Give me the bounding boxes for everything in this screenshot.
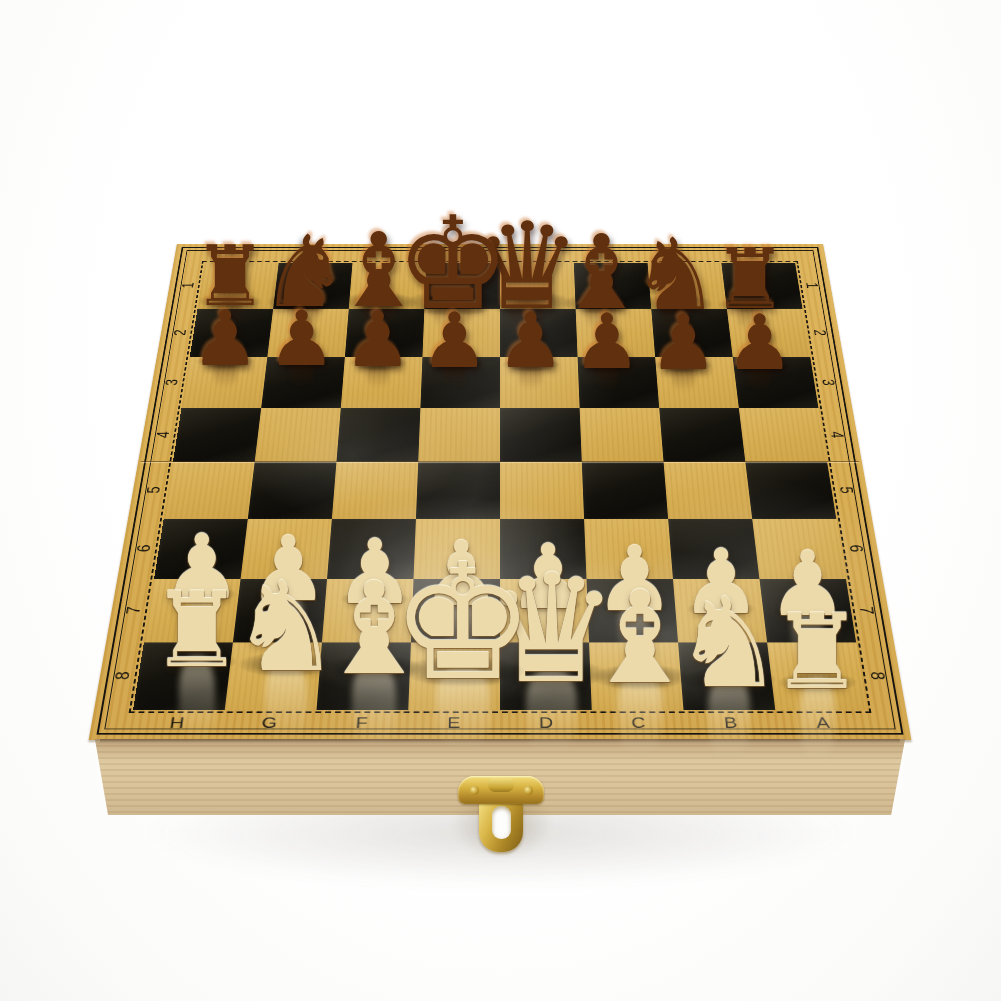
piece-dark-pawn-b2: ♟ bbox=[645, 305, 721, 381]
piece-dark-pawn-d2: ♟ bbox=[493, 303, 569, 379]
latch-screw-right bbox=[524, 786, 533, 795]
piece-light-rook-h8: ♜ bbox=[145, 578, 249, 682]
piece-dark-pawn-e2: ♟ bbox=[416, 303, 492, 379]
piece-dark-pawn-f2: ♟ bbox=[340, 302, 416, 378]
piece-dark-pawn-c2: ♟ bbox=[569, 304, 645, 380]
latch-loop-hole bbox=[492, 806, 511, 839]
photo-background: 12345678 12345678 HGFEDCBA ♜♞♝♛♚♝♞♜♟♟♟♟♟… bbox=[0, 0, 1001, 1001]
piece-dark-pawn-h2: ♟ bbox=[187, 301, 263, 377]
piece-dark-pawn-a2: ♟ bbox=[722, 305, 798, 381]
latch-pivot bbox=[488, 777, 514, 792]
latch-screw-left bbox=[470, 786, 479, 795]
piece-dark-pawn-g2: ♟ bbox=[264, 301, 340, 377]
